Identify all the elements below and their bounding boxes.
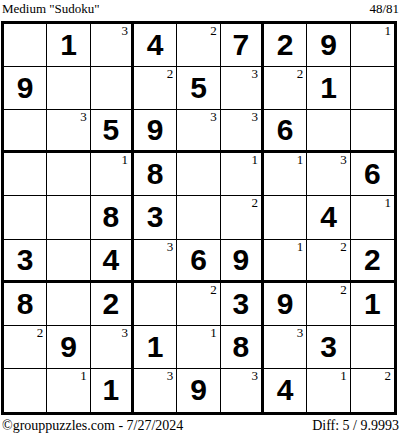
given-digit: 1 bbox=[102, 375, 119, 405]
cell-r5c2[interactable] bbox=[47, 196, 90, 239]
given-digit: 2 bbox=[277, 30, 294, 60]
cell-r7c1[interactable]: 8 bbox=[4, 283, 47, 326]
cell-r9c8[interactable]: 1 bbox=[307, 369, 350, 412]
given-digit: 2 bbox=[102, 289, 119, 319]
cell-r3c1[interactable] bbox=[4, 110, 47, 153]
given-digit: 1 bbox=[60, 30, 77, 60]
cell-r3c6[interactable]: 3 bbox=[221, 110, 264, 153]
footer: ©grouppuzzles.com - 7/27/2024 Diff: 5 / … bbox=[2, 417, 399, 434]
cell-r1c8[interactable]: 9 bbox=[307, 24, 350, 67]
header: Medium "Sudoku" 48/81 bbox=[2, 1, 399, 17]
cell-r3c2[interactable]: 3 bbox=[47, 110, 90, 153]
sudoku-board: 1342729192532135933618113683241343691228… bbox=[1, 21, 397, 415]
given-digit: 8 bbox=[232, 332, 249, 362]
given-digit: 4 bbox=[277, 375, 294, 405]
cell-r5c1[interactable] bbox=[4, 196, 47, 239]
given-digit: 7 bbox=[232, 30, 249, 60]
corner-mark: 3 bbox=[167, 369, 174, 383]
given-digit: 9 bbox=[17, 73, 34, 103]
corner-mark: 3 bbox=[251, 110, 258, 124]
given-digit: 1 bbox=[147, 332, 164, 362]
given-digit: 9 bbox=[277, 289, 294, 319]
corner-mark: 3 bbox=[167, 240, 174, 254]
given-digit: 9 bbox=[320, 30, 337, 60]
given-digit: 3 bbox=[320, 332, 337, 362]
corner-mark: 2 bbox=[384, 369, 391, 383]
given-digit: 6 bbox=[277, 115, 294, 145]
corner-mark: 1 bbox=[251, 153, 258, 167]
cell-r9c4[interactable]: 3 bbox=[134, 369, 177, 412]
given-digit: 9 bbox=[232, 245, 249, 275]
corner-mark: 3 bbox=[251, 369, 258, 383]
cell-r6c9[interactable]: 2 bbox=[351, 240, 394, 283]
corner-mark: 1 bbox=[384, 24, 391, 38]
cell-r8c8[interactable]: 3 bbox=[307, 326, 350, 369]
cell-r1c4[interactable]: 4 bbox=[134, 24, 177, 67]
cell-r2c4[interactable]: 2 bbox=[134, 67, 177, 110]
given-digit: 6 bbox=[364, 159, 381, 189]
cell-r9c7[interactable]: 4 bbox=[264, 369, 307, 412]
corner-mark: 2 bbox=[210, 24, 217, 38]
given-digit: 1 bbox=[364, 289, 381, 319]
page-title: Medium "Sudoku" bbox=[2, 1, 100, 17]
cell-r4c2[interactable] bbox=[47, 153, 90, 196]
cell-r8c6[interactable]: 8 bbox=[221, 326, 264, 369]
cell-r8c4[interactable]: 1 bbox=[134, 326, 177, 369]
cell-r3c9[interactable] bbox=[351, 110, 394, 153]
cell-r8c5[interactable]: 1 bbox=[177, 326, 220, 369]
cell-r4c5[interactable] bbox=[177, 153, 220, 196]
cell-r9c5[interactable]: 9 bbox=[177, 369, 220, 412]
cell-r4c7[interactable]: 1 bbox=[264, 153, 307, 196]
cell-r7c2[interactable] bbox=[47, 283, 90, 326]
given-digit: 1 bbox=[320, 73, 337, 103]
given-digit: 5 bbox=[190, 73, 207, 103]
corner-mark: 3 bbox=[251, 67, 258, 81]
corner-mark: 1 bbox=[384, 196, 391, 210]
copyright-date: ©grouppuzzles.com - 7/27/2024 bbox=[2, 417, 183, 434]
corner-mark: 2 bbox=[37, 326, 44, 340]
cell-r5c5[interactable] bbox=[177, 196, 220, 239]
corner-mark: 2 bbox=[167, 67, 174, 81]
cell-r7c8[interactable]: 2 bbox=[307, 283, 350, 326]
given-digit: 9 bbox=[60, 332, 77, 362]
cell-r5c7[interactable] bbox=[264, 196, 307, 239]
cell-r4c8[interactable]: 3 bbox=[307, 153, 350, 196]
sudoku-page: Medium "Sudoku" 48/81 134272919253213593… bbox=[0, 0, 402, 437]
cell-r3c3[interactable]: 5 bbox=[91, 110, 134, 153]
cell-r4c3[interactable]: 1 bbox=[91, 153, 134, 196]
cell-r2c9[interactable] bbox=[351, 67, 394, 110]
given-digit: 2 bbox=[364, 245, 381, 275]
corner-mark: 1 bbox=[340, 369, 347, 383]
cell-r8c1[interactable]: 2 bbox=[4, 326, 47, 369]
cell-r9c1[interactable] bbox=[4, 369, 47, 412]
given-digit: 3 bbox=[17, 245, 34, 275]
cell-r6c8[interactable]: 2 bbox=[307, 240, 350, 283]
cell-r7c7[interactable]: 9 bbox=[264, 283, 307, 326]
cell-r6c6[interactable]: 9 bbox=[221, 240, 264, 283]
cell-r8c9[interactable] bbox=[351, 326, 394, 369]
cell-r1c2[interactable]: 1 bbox=[47, 24, 90, 67]
cell-r4c6[interactable]: 1 bbox=[221, 153, 264, 196]
corner-mark: 2 bbox=[251, 196, 258, 210]
cell-r2c1[interactable]: 9 bbox=[4, 67, 47, 110]
given-digit: 4 bbox=[147, 30, 164, 60]
cells-remaining-counter: 48/81 bbox=[369, 1, 399, 17]
cell-r9c6[interactable]: 3 bbox=[221, 369, 264, 412]
difficulty-rating: Diff: 5 / 9.9993 bbox=[312, 417, 399, 434]
cell-r3c8[interactable] bbox=[307, 110, 350, 153]
cell-r4c4[interactable]: 8 bbox=[134, 153, 177, 196]
cell-r9c2[interactable]: 1 bbox=[47, 369, 90, 412]
cell-r7c5[interactable]: 2 bbox=[177, 283, 220, 326]
cell-r7c4[interactable] bbox=[134, 283, 177, 326]
cell-r8c7[interactable]: 3 bbox=[264, 326, 307, 369]
cell-r8c2[interactable]: 9 bbox=[47, 326, 90, 369]
corner-mark: 1 bbox=[210, 326, 217, 340]
corner-mark: 1 bbox=[297, 240, 304, 254]
cell-r5c6[interactable]: 2 bbox=[221, 196, 264, 239]
corner-mark: 3 bbox=[297, 326, 304, 340]
given-digit: 8 bbox=[147, 159, 164, 189]
cell-r1c9[interactable]: 1 bbox=[351, 24, 394, 67]
cell-r4c1[interactable] bbox=[4, 153, 47, 196]
cell-r5c4[interactable]: 3 bbox=[134, 196, 177, 239]
cell-r1c3[interactable]: 3 bbox=[91, 24, 134, 67]
given-digit: 6 bbox=[190, 245, 207, 275]
cell-r1c5[interactable]: 2 bbox=[177, 24, 220, 67]
given-digit: 4 bbox=[102, 245, 119, 275]
cell-r2c7[interactable]: 2 bbox=[264, 67, 307, 110]
cell-r6c5[interactable]: 6 bbox=[177, 240, 220, 283]
cell-r5c3[interactable]: 8 bbox=[91, 196, 134, 239]
cell-r1c1[interactable] bbox=[4, 24, 47, 67]
corner-mark: 3 bbox=[340, 153, 347, 167]
cell-r8c3[interactable]: 3 bbox=[91, 326, 134, 369]
cell-r7c3[interactable]: 2 bbox=[91, 283, 134, 326]
corner-mark: 1 bbox=[121, 153, 128, 167]
corner-mark: 1 bbox=[80, 369, 87, 383]
given-digit: 9 bbox=[147, 115, 164, 145]
cell-r9c9[interactable]: 2 bbox=[351, 369, 394, 412]
given-digit: 3 bbox=[232, 289, 249, 319]
cell-r5c8[interactable]: 4 bbox=[307, 196, 350, 239]
cell-r2c2[interactable] bbox=[47, 67, 90, 110]
cell-r6c3[interactable]: 4 bbox=[91, 240, 134, 283]
corner-mark: 3 bbox=[121, 24, 128, 38]
cell-r1c7[interactable]: 2 bbox=[264, 24, 307, 67]
given-digit: 4 bbox=[320, 202, 337, 232]
corner-mark: 2 bbox=[297, 67, 304, 81]
corner-mark: 2 bbox=[340, 283, 347, 297]
cell-r6c1[interactable]: 3 bbox=[4, 240, 47, 283]
corner-mark: 3 bbox=[121, 326, 128, 340]
corner-mark: 1 bbox=[297, 153, 304, 167]
given-digit: 5 bbox=[102, 115, 119, 145]
given-digit: 8 bbox=[102, 202, 119, 232]
cell-r2c6[interactable]: 3 bbox=[221, 67, 264, 110]
corner-mark: 2 bbox=[210, 283, 217, 297]
cell-r5c9[interactable]: 1 bbox=[351, 196, 394, 239]
cell-r9c3[interactable]: 1 bbox=[91, 369, 134, 412]
corner-mark: 2 bbox=[340, 240, 347, 254]
given-digit: 9 bbox=[190, 375, 207, 405]
cell-r3c7[interactable]: 6 bbox=[264, 110, 307, 153]
cell-r6c7[interactable]: 1 bbox=[264, 240, 307, 283]
given-digit: 3 bbox=[147, 202, 164, 232]
cell-r3c5[interactable]: 3 bbox=[177, 110, 220, 153]
cell-r1c6[interactable]: 7 bbox=[221, 24, 264, 67]
cell-r3c4[interactable]: 9 bbox=[134, 110, 177, 153]
cell-r2c5[interactable]: 5 bbox=[177, 67, 220, 110]
cell-r4c9[interactable]: 6 bbox=[351, 153, 394, 196]
cell-r6c4[interactable]: 3 bbox=[134, 240, 177, 283]
given-digit: 8 bbox=[17, 289, 34, 319]
corner-mark: 3 bbox=[80, 110, 87, 124]
cell-r7c9[interactable]: 1 bbox=[351, 283, 394, 326]
cell-r6c2[interactable] bbox=[47, 240, 90, 283]
cell-r2c8[interactable]: 1 bbox=[307, 67, 350, 110]
corner-mark: 3 bbox=[210, 110, 217, 124]
cell-r2c3[interactable] bbox=[91, 67, 134, 110]
cell-r7c6[interactable]: 3 bbox=[221, 283, 264, 326]
